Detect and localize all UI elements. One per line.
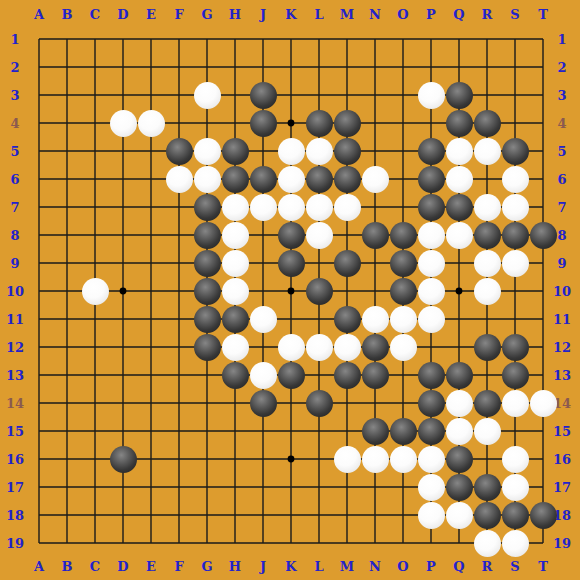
intersection-F18[interactable] bbox=[165, 501, 193, 529]
intersection-N3[interactable] bbox=[361, 81, 389, 109]
intersection-L1[interactable] bbox=[305, 25, 333, 53]
intersection-C16[interactable] bbox=[81, 445, 109, 473]
intersection-E15[interactable] bbox=[137, 417, 165, 445]
intersection-G16[interactable] bbox=[193, 445, 221, 473]
intersection-G6[interactable] bbox=[193, 165, 221, 193]
intersection-D17[interactable] bbox=[109, 473, 137, 501]
intersection-N6[interactable] bbox=[361, 165, 389, 193]
intersection-C12[interactable] bbox=[81, 333, 109, 361]
intersection-G2[interactable] bbox=[193, 53, 221, 81]
intersection-C14[interactable] bbox=[81, 389, 109, 417]
intersection-H11[interactable] bbox=[221, 305, 249, 333]
intersection-F4[interactable] bbox=[165, 109, 193, 137]
intersection-P14[interactable] bbox=[417, 389, 445, 417]
intersection-A14[interactable] bbox=[25, 389, 53, 417]
intersection-N15[interactable] bbox=[361, 417, 389, 445]
intersection-F14[interactable] bbox=[165, 389, 193, 417]
intersection-K9[interactable] bbox=[277, 249, 305, 277]
intersection-G13[interactable] bbox=[193, 361, 221, 389]
intersection-T9[interactable] bbox=[529, 249, 557, 277]
intersection-N13[interactable] bbox=[361, 361, 389, 389]
intersection-E8[interactable] bbox=[137, 221, 165, 249]
intersection-H5[interactable] bbox=[221, 137, 249, 165]
intersection-L14[interactable] bbox=[305, 389, 333, 417]
intersection-N11[interactable] bbox=[361, 305, 389, 333]
intersection-H7[interactable] bbox=[221, 193, 249, 221]
intersection-A15[interactable] bbox=[25, 417, 53, 445]
intersection-M8[interactable] bbox=[333, 221, 361, 249]
intersection-E9[interactable] bbox=[137, 249, 165, 277]
intersection-C10[interactable] bbox=[81, 277, 109, 305]
intersection-O2[interactable] bbox=[389, 53, 417, 81]
intersection-L17[interactable] bbox=[305, 473, 333, 501]
intersection-C18[interactable] bbox=[81, 501, 109, 529]
intersection-F19[interactable] bbox=[165, 529, 193, 557]
intersection-A16[interactable] bbox=[25, 445, 53, 473]
intersection-R5[interactable] bbox=[473, 137, 501, 165]
intersection-T1[interactable] bbox=[529, 25, 557, 53]
intersection-M12[interactable] bbox=[333, 333, 361, 361]
intersection-D4[interactable] bbox=[109, 109, 137, 137]
intersection-A19[interactable] bbox=[25, 529, 53, 557]
intersection-T19[interactable] bbox=[529, 529, 557, 557]
intersection-Q3[interactable] bbox=[445, 81, 473, 109]
intersection-J18[interactable] bbox=[249, 501, 277, 529]
intersection-E13[interactable] bbox=[137, 361, 165, 389]
intersection-D13[interactable] bbox=[109, 361, 137, 389]
intersection-P4[interactable] bbox=[417, 109, 445, 137]
intersection-Q19[interactable] bbox=[445, 529, 473, 557]
intersection-M11[interactable] bbox=[333, 305, 361, 333]
intersection-C13[interactable] bbox=[81, 361, 109, 389]
intersection-B4[interactable] bbox=[53, 109, 81, 137]
intersection-H10[interactable] bbox=[221, 277, 249, 305]
intersection-T12[interactable] bbox=[529, 333, 557, 361]
intersection-F9[interactable] bbox=[165, 249, 193, 277]
intersection-R6[interactable] bbox=[473, 165, 501, 193]
intersection-S9[interactable] bbox=[501, 249, 529, 277]
intersection-N14[interactable] bbox=[361, 389, 389, 417]
intersection-T8[interactable] bbox=[529, 221, 557, 249]
intersection-S5[interactable] bbox=[501, 137, 529, 165]
intersection-D12[interactable] bbox=[109, 333, 137, 361]
intersection-K17[interactable] bbox=[277, 473, 305, 501]
intersection-F1[interactable] bbox=[165, 25, 193, 53]
intersection-N1[interactable] bbox=[361, 25, 389, 53]
intersection-T13[interactable] bbox=[529, 361, 557, 389]
intersection-R14[interactable] bbox=[473, 389, 501, 417]
intersection-A4[interactable] bbox=[25, 109, 53, 137]
intersection-B5[interactable] bbox=[53, 137, 81, 165]
intersection-Q12[interactable] bbox=[445, 333, 473, 361]
intersection-D3[interactable] bbox=[109, 81, 137, 109]
intersection-A1[interactable] bbox=[25, 25, 53, 53]
intersection-T16[interactable] bbox=[529, 445, 557, 473]
intersection-O16[interactable] bbox=[389, 445, 417, 473]
intersection-D14[interactable] bbox=[109, 389, 137, 417]
intersection-Q11[interactable] bbox=[445, 305, 473, 333]
intersection-T7[interactable] bbox=[529, 193, 557, 221]
intersection-F12[interactable] bbox=[165, 333, 193, 361]
intersection-T14[interactable] bbox=[529, 389, 557, 417]
intersection-C19[interactable] bbox=[81, 529, 109, 557]
intersection-K4[interactable] bbox=[277, 109, 305, 137]
intersection-J13[interactable] bbox=[249, 361, 277, 389]
intersection-N10[interactable] bbox=[361, 277, 389, 305]
intersection-N12[interactable] bbox=[361, 333, 389, 361]
intersection-L11[interactable] bbox=[305, 305, 333, 333]
intersection-P2[interactable] bbox=[417, 53, 445, 81]
intersection-M19[interactable] bbox=[333, 529, 361, 557]
intersection-H15[interactable] bbox=[221, 417, 249, 445]
intersection-S17[interactable] bbox=[501, 473, 529, 501]
intersection-G3[interactable] bbox=[193, 81, 221, 109]
intersection-B11[interactable] bbox=[53, 305, 81, 333]
intersection-R18[interactable] bbox=[473, 501, 501, 529]
intersection-H18[interactable] bbox=[221, 501, 249, 529]
intersection-C6[interactable] bbox=[81, 165, 109, 193]
intersection-G12[interactable] bbox=[193, 333, 221, 361]
intersection-S7[interactable] bbox=[501, 193, 529, 221]
intersection-E5[interactable] bbox=[137, 137, 165, 165]
intersection-R7[interactable] bbox=[473, 193, 501, 221]
intersection-E17[interactable] bbox=[137, 473, 165, 501]
intersection-D8[interactable] bbox=[109, 221, 137, 249]
intersection-C3[interactable] bbox=[81, 81, 109, 109]
intersection-G14[interactable] bbox=[193, 389, 221, 417]
intersection-S14[interactable] bbox=[501, 389, 529, 417]
intersection-O13[interactable] bbox=[389, 361, 417, 389]
intersection-F2[interactable] bbox=[165, 53, 193, 81]
intersection-Q5[interactable] bbox=[445, 137, 473, 165]
intersection-K13[interactable] bbox=[277, 361, 305, 389]
intersection-J6[interactable] bbox=[249, 165, 277, 193]
intersection-O11[interactable] bbox=[389, 305, 417, 333]
intersection-S6[interactable] bbox=[501, 165, 529, 193]
intersection-M13[interactable] bbox=[333, 361, 361, 389]
intersection-R13[interactable] bbox=[473, 361, 501, 389]
intersection-L18[interactable] bbox=[305, 501, 333, 529]
intersection-K7[interactable] bbox=[277, 193, 305, 221]
intersection-Q8[interactable] bbox=[445, 221, 473, 249]
intersection-N4[interactable] bbox=[361, 109, 389, 137]
intersection-O5[interactable] bbox=[389, 137, 417, 165]
intersection-J19[interactable] bbox=[249, 529, 277, 557]
intersection-M17[interactable] bbox=[333, 473, 361, 501]
intersection-O17[interactable] bbox=[389, 473, 417, 501]
intersection-A10[interactable] bbox=[25, 277, 53, 305]
intersection-K16[interactable] bbox=[277, 445, 305, 473]
intersection-R8[interactable] bbox=[473, 221, 501, 249]
intersection-E18[interactable] bbox=[137, 501, 165, 529]
intersection-M2[interactable] bbox=[333, 53, 361, 81]
intersection-T4[interactable] bbox=[529, 109, 557, 137]
intersection-S3[interactable] bbox=[501, 81, 529, 109]
intersection-P15[interactable] bbox=[417, 417, 445, 445]
intersection-P11[interactable] bbox=[417, 305, 445, 333]
intersection-A18[interactable] bbox=[25, 501, 53, 529]
intersection-R11[interactable] bbox=[473, 305, 501, 333]
intersection-B7[interactable] bbox=[53, 193, 81, 221]
intersection-H17[interactable] bbox=[221, 473, 249, 501]
intersection-K19[interactable] bbox=[277, 529, 305, 557]
intersection-P19[interactable] bbox=[417, 529, 445, 557]
intersection-A5[interactable] bbox=[25, 137, 53, 165]
intersection-L10[interactable] bbox=[305, 277, 333, 305]
intersection-L13[interactable] bbox=[305, 361, 333, 389]
intersection-G18[interactable] bbox=[193, 501, 221, 529]
intersection-M6[interactable] bbox=[333, 165, 361, 193]
intersection-P1[interactable] bbox=[417, 25, 445, 53]
intersection-P7[interactable] bbox=[417, 193, 445, 221]
intersection-J11[interactable] bbox=[249, 305, 277, 333]
intersection-S19[interactable] bbox=[501, 529, 529, 557]
intersection-K15[interactable] bbox=[277, 417, 305, 445]
intersection-H14[interactable] bbox=[221, 389, 249, 417]
intersection-K14[interactable] bbox=[277, 389, 305, 417]
intersection-B3[interactable] bbox=[53, 81, 81, 109]
intersection-P6[interactable] bbox=[417, 165, 445, 193]
intersection-T3[interactable] bbox=[529, 81, 557, 109]
intersection-E2[interactable] bbox=[137, 53, 165, 81]
intersection-S15[interactable] bbox=[501, 417, 529, 445]
intersection-E14[interactable] bbox=[137, 389, 165, 417]
intersection-O18[interactable] bbox=[389, 501, 417, 529]
intersection-R17[interactable] bbox=[473, 473, 501, 501]
intersection-A13[interactable] bbox=[25, 361, 53, 389]
intersection-B16[interactable] bbox=[53, 445, 81, 473]
intersection-N9[interactable] bbox=[361, 249, 389, 277]
intersection-Q4[interactable] bbox=[445, 109, 473, 137]
intersection-E11[interactable] bbox=[137, 305, 165, 333]
intersection-S2[interactable] bbox=[501, 53, 529, 81]
intersection-R16[interactable] bbox=[473, 445, 501, 473]
intersection-D6[interactable] bbox=[109, 165, 137, 193]
intersection-M3[interactable] bbox=[333, 81, 361, 109]
intersection-D9[interactable] bbox=[109, 249, 137, 277]
intersection-J8[interactable] bbox=[249, 221, 277, 249]
intersection-Q18[interactable] bbox=[445, 501, 473, 529]
intersection-P17[interactable] bbox=[417, 473, 445, 501]
intersection-J10[interactable] bbox=[249, 277, 277, 305]
intersection-E7[interactable] bbox=[137, 193, 165, 221]
intersection-G8[interactable] bbox=[193, 221, 221, 249]
intersection-Q9[interactable] bbox=[445, 249, 473, 277]
intersection-B19[interactable] bbox=[53, 529, 81, 557]
intersection-M4[interactable] bbox=[333, 109, 361, 137]
intersection-G19[interactable] bbox=[193, 529, 221, 557]
intersection-K6[interactable] bbox=[277, 165, 305, 193]
intersection-R19[interactable] bbox=[473, 529, 501, 557]
intersection-K1[interactable] bbox=[277, 25, 305, 53]
intersection-D1[interactable] bbox=[109, 25, 137, 53]
intersection-P3[interactable] bbox=[417, 81, 445, 109]
intersection-S4[interactable] bbox=[501, 109, 529, 137]
intersection-M14[interactable] bbox=[333, 389, 361, 417]
intersection-K11[interactable] bbox=[277, 305, 305, 333]
intersection-T2[interactable] bbox=[529, 53, 557, 81]
intersection-N18[interactable] bbox=[361, 501, 389, 529]
intersection-J3[interactable] bbox=[249, 81, 277, 109]
intersection-A17[interactable] bbox=[25, 473, 53, 501]
intersection-R1[interactable] bbox=[473, 25, 501, 53]
intersection-C2[interactable] bbox=[81, 53, 109, 81]
intersection-O19[interactable] bbox=[389, 529, 417, 557]
intersection-G15[interactable] bbox=[193, 417, 221, 445]
intersection-F7[interactable] bbox=[165, 193, 193, 221]
intersection-M1[interactable] bbox=[333, 25, 361, 53]
intersection-N7[interactable] bbox=[361, 193, 389, 221]
intersection-H1[interactable] bbox=[221, 25, 249, 53]
intersection-C9[interactable] bbox=[81, 249, 109, 277]
intersection-C15[interactable] bbox=[81, 417, 109, 445]
intersection-L3[interactable] bbox=[305, 81, 333, 109]
intersection-O1[interactable] bbox=[389, 25, 417, 53]
intersection-B6[interactable] bbox=[53, 165, 81, 193]
intersection-A2[interactable] bbox=[25, 53, 53, 81]
intersection-P12[interactable] bbox=[417, 333, 445, 361]
intersection-L19[interactable] bbox=[305, 529, 333, 557]
intersection-E10[interactable] bbox=[137, 277, 165, 305]
intersection-E12[interactable] bbox=[137, 333, 165, 361]
intersection-J14[interactable] bbox=[249, 389, 277, 417]
intersection-T17[interactable] bbox=[529, 473, 557, 501]
intersection-P8[interactable] bbox=[417, 221, 445, 249]
intersection-O14[interactable] bbox=[389, 389, 417, 417]
intersection-B13[interactable] bbox=[53, 361, 81, 389]
intersection-S1[interactable] bbox=[501, 25, 529, 53]
intersection-K5[interactable] bbox=[277, 137, 305, 165]
intersection-R10[interactable] bbox=[473, 277, 501, 305]
intersection-C1[interactable] bbox=[81, 25, 109, 53]
intersection-J7[interactable] bbox=[249, 193, 277, 221]
intersection-M16[interactable] bbox=[333, 445, 361, 473]
intersection-C5[interactable] bbox=[81, 137, 109, 165]
intersection-O3[interactable] bbox=[389, 81, 417, 109]
intersection-D18[interactable] bbox=[109, 501, 137, 529]
intersection-J17[interactable] bbox=[249, 473, 277, 501]
intersection-G1[interactable] bbox=[193, 25, 221, 53]
intersection-G17[interactable] bbox=[193, 473, 221, 501]
intersection-K12[interactable] bbox=[277, 333, 305, 361]
intersection-G5[interactable] bbox=[193, 137, 221, 165]
intersection-F15[interactable] bbox=[165, 417, 193, 445]
intersection-L4[interactable] bbox=[305, 109, 333, 137]
intersection-O9[interactable] bbox=[389, 249, 417, 277]
intersection-B18[interactable] bbox=[53, 501, 81, 529]
intersection-Q17[interactable] bbox=[445, 473, 473, 501]
intersection-G10[interactable] bbox=[193, 277, 221, 305]
intersection-A11[interactable] bbox=[25, 305, 53, 333]
intersection-E16[interactable] bbox=[137, 445, 165, 473]
intersection-K10[interactable] bbox=[277, 277, 305, 305]
intersection-J4[interactable] bbox=[249, 109, 277, 137]
intersection-F5[interactable] bbox=[165, 137, 193, 165]
intersection-B1[interactable] bbox=[53, 25, 81, 53]
intersection-S16[interactable] bbox=[501, 445, 529, 473]
intersection-A6[interactable] bbox=[25, 165, 53, 193]
intersection-C4[interactable] bbox=[81, 109, 109, 137]
intersection-S13[interactable] bbox=[501, 361, 529, 389]
intersection-E3[interactable] bbox=[137, 81, 165, 109]
intersection-B8[interactable] bbox=[53, 221, 81, 249]
intersection-H9[interactable] bbox=[221, 249, 249, 277]
intersection-L2[interactable] bbox=[305, 53, 333, 81]
intersection-R2[interactable] bbox=[473, 53, 501, 81]
intersection-J9[interactable] bbox=[249, 249, 277, 277]
intersection-T11[interactable] bbox=[529, 305, 557, 333]
intersection-R3[interactable] bbox=[473, 81, 501, 109]
intersection-Q6[interactable] bbox=[445, 165, 473, 193]
intersection-B12[interactable] bbox=[53, 333, 81, 361]
intersection-A9[interactable] bbox=[25, 249, 53, 277]
intersection-J16[interactable] bbox=[249, 445, 277, 473]
intersection-F11[interactable] bbox=[165, 305, 193, 333]
intersection-P9[interactable] bbox=[417, 249, 445, 277]
intersection-K2[interactable] bbox=[277, 53, 305, 81]
intersection-N8[interactable] bbox=[361, 221, 389, 249]
intersection-P16[interactable] bbox=[417, 445, 445, 473]
intersection-B2[interactable] bbox=[53, 53, 81, 81]
intersection-M15[interactable] bbox=[333, 417, 361, 445]
intersection-H3[interactable] bbox=[221, 81, 249, 109]
intersection-A3[interactable] bbox=[25, 81, 53, 109]
intersection-H13[interactable] bbox=[221, 361, 249, 389]
intersection-P13[interactable] bbox=[417, 361, 445, 389]
intersection-T18[interactable] bbox=[529, 501, 557, 529]
intersection-T6[interactable] bbox=[529, 165, 557, 193]
intersection-E1[interactable] bbox=[137, 25, 165, 53]
intersection-K8[interactable] bbox=[277, 221, 305, 249]
intersection-Q16[interactable] bbox=[445, 445, 473, 473]
intersection-H8[interactable] bbox=[221, 221, 249, 249]
intersection-D16[interactable] bbox=[109, 445, 137, 473]
intersection-B15[interactable] bbox=[53, 417, 81, 445]
intersection-F10[interactable] bbox=[165, 277, 193, 305]
intersection-O4[interactable] bbox=[389, 109, 417, 137]
intersection-D10[interactable] bbox=[109, 277, 137, 305]
intersection-H19[interactable] bbox=[221, 529, 249, 557]
intersection-N19[interactable] bbox=[361, 529, 389, 557]
intersection-O6[interactable] bbox=[389, 165, 417, 193]
intersection-M9[interactable] bbox=[333, 249, 361, 277]
intersection-F16[interactable] bbox=[165, 445, 193, 473]
intersection-L8[interactable] bbox=[305, 221, 333, 249]
intersection-F3[interactable] bbox=[165, 81, 193, 109]
intersection-J1[interactable] bbox=[249, 25, 277, 53]
intersection-Q15[interactable] bbox=[445, 417, 473, 445]
intersection-O12[interactable] bbox=[389, 333, 417, 361]
intersection-D7[interactable] bbox=[109, 193, 137, 221]
intersection-Q2[interactable] bbox=[445, 53, 473, 81]
intersection-O7[interactable] bbox=[389, 193, 417, 221]
intersection-M7[interactable] bbox=[333, 193, 361, 221]
intersection-Q7[interactable] bbox=[445, 193, 473, 221]
intersection-N5[interactable] bbox=[361, 137, 389, 165]
intersection-F6[interactable] bbox=[165, 165, 193, 193]
intersection-C8[interactable] bbox=[81, 221, 109, 249]
intersection-J12[interactable] bbox=[249, 333, 277, 361]
intersection-R12[interactable] bbox=[473, 333, 501, 361]
intersection-O10[interactable] bbox=[389, 277, 417, 305]
intersection-D19[interactable] bbox=[109, 529, 137, 557]
intersection-H6[interactable] bbox=[221, 165, 249, 193]
intersection-F8[interactable] bbox=[165, 221, 193, 249]
intersection-B14[interactable] bbox=[53, 389, 81, 417]
intersection-L12[interactable] bbox=[305, 333, 333, 361]
intersection-P10[interactable] bbox=[417, 277, 445, 305]
intersection-D2[interactable] bbox=[109, 53, 137, 81]
